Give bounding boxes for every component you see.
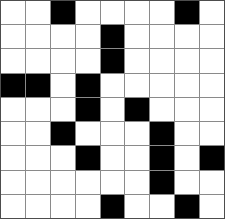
white-cell-r2c4[interactable] — [76, 25, 100, 48]
white-cell-r3c2[interactable] — [26, 49, 50, 72]
white-cell-r6c1[interactable] — [1, 122, 25, 145]
white-cell-r1c2[interactable] — [26, 1, 50, 24]
black-cell-r7c4 — [76, 146, 100, 169]
black-cell-r3c5 — [101, 49, 125, 72]
white-cell-r1c7[interactable] — [150, 1, 174, 24]
white-cell-r6c4[interactable] — [76, 122, 100, 145]
white-cell-r5c1[interactable] — [1, 98, 25, 121]
white-cell-r4c8[interactable] — [175, 74, 199, 97]
white-cell-r7c6[interactable] — [125, 146, 149, 169]
white-cell-r1c4[interactable] — [76, 1, 100, 24]
white-cell-r8c3[interactable] — [51, 171, 75, 194]
black-cell-r5c4 — [76, 98, 100, 121]
white-cell-r8c5[interactable] — [101, 171, 125, 194]
crossword-screenshot — [0, 0, 228, 221]
black-cell-r8c7 — [150, 171, 174, 194]
white-cell-r9c6[interactable] — [125, 195, 149, 218]
black-cell-r4c4 — [76, 74, 100, 97]
white-cell-r2c3[interactable] — [51, 25, 75, 48]
black-cell-r2c5 — [101, 25, 125, 48]
white-cell-r8c4[interactable] — [76, 171, 100, 194]
white-cell-r9c2[interactable] — [26, 195, 50, 218]
white-cell-r1c9[interactable] — [200, 1, 224, 24]
white-cell-r4c3[interactable] — [51, 74, 75, 97]
white-cell-r5c7[interactable] — [150, 98, 174, 121]
white-cell-r5c9[interactable] — [200, 98, 224, 121]
white-cell-r4c6[interactable] — [125, 74, 149, 97]
white-cell-r2c6[interactable] — [125, 25, 149, 48]
black-cell-r1c8 — [175, 1, 199, 24]
black-cell-r4c2 — [26, 74, 50, 97]
white-cell-r3c7[interactable] — [150, 49, 174, 72]
white-cell-r8c1[interactable] — [1, 171, 25, 194]
white-cell-r1c6[interactable] — [125, 1, 149, 24]
white-cell-r2c7[interactable] — [150, 25, 174, 48]
white-cell-r7c5[interactable] — [101, 146, 125, 169]
black-cell-r7c7 — [150, 146, 174, 169]
white-cell-r8c6[interactable] — [125, 171, 149, 194]
white-cell-r3c8[interactable] — [175, 49, 199, 72]
white-cell-r9c7[interactable] — [150, 195, 174, 218]
white-cell-r9c9[interactable] — [200, 195, 224, 218]
black-cell-r7c9 — [200, 146, 224, 169]
white-cell-r5c3[interactable] — [51, 98, 75, 121]
white-cell-r3c4[interactable] — [76, 49, 100, 72]
white-cell-r3c1[interactable] — [1, 49, 25, 72]
white-cell-r3c6[interactable] — [125, 49, 149, 72]
black-cell-r1c3 — [51, 1, 75, 24]
white-cell-r5c2[interactable] — [26, 98, 50, 121]
black-cell-r9c5 — [101, 195, 125, 218]
white-cell-r6c8[interactable] — [175, 122, 199, 145]
white-cell-r2c8[interactable] — [175, 25, 199, 48]
white-cell-r4c5[interactable] — [101, 74, 125, 97]
white-cell-r7c1[interactable] — [1, 146, 25, 169]
black-cell-r6c7 — [150, 122, 174, 145]
white-cell-r4c9[interactable] — [200, 74, 224, 97]
white-cell-r9c3[interactable] — [51, 195, 75, 218]
white-cell-r2c1[interactable] — [1, 25, 25, 48]
white-cell-r4c7[interactable] — [150, 74, 174, 97]
white-cell-r3c3[interactable] — [51, 49, 75, 72]
white-cell-r7c2[interactable] — [26, 146, 50, 169]
white-cell-r6c2[interactable] — [26, 122, 50, 145]
white-cell-r9c1[interactable] — [1, 195, 25, 218]
white-cell-r8c2[interactable] — [26, 171, 50, 194]
black-cell-r9c8 — [175, 195, 199, 218]
white-cell-r5c5[interactable] — [101, 98, 125, 121]
black-cell-r4c1 — [1, 74, 25, 97]
white-cell-r9c4[interactable] — [76, 195, 100, 218]
white-cell-r7c3[interactable] — [51, 146, 75, 169]
white-cell-r1c1[interactable] — [1, 1, 25, 24]
white-cell-r8c9[interactable] — [200, 171, 224, 194]
white-cell-r5c8[interactable] — [175, 98, 199, 121]
white-cell-r2c9[interactable] — [200, 25, 224, 48]
white-cell-r1c5[interactable] — [101, 1, 125, 24]
white-cell-r8c8[interactable] — [175, 171, 199, 194]
black-cell-r6c3 — [51, 122, 75, 145]
white-cell-r6c5[interactable] — [101, 122, 125, 145]
white-cell-r6c9[interactable] — [200, 122, 224, 145]
white-cell-r7c8[interactable] — [175, 146, 199, 169]
white-cell-r2c2[interactable] — [26, 25, 50, 48]
crossword-grid — [0, 0, 225, 219]
white-cell-r6c6[interactable] — [125, 122, 149, 145]
white-cell-r3c9[interactable] — [200, 49, 224, 72]
black-cell-r5c6 — [125, 98, 149, 121]
